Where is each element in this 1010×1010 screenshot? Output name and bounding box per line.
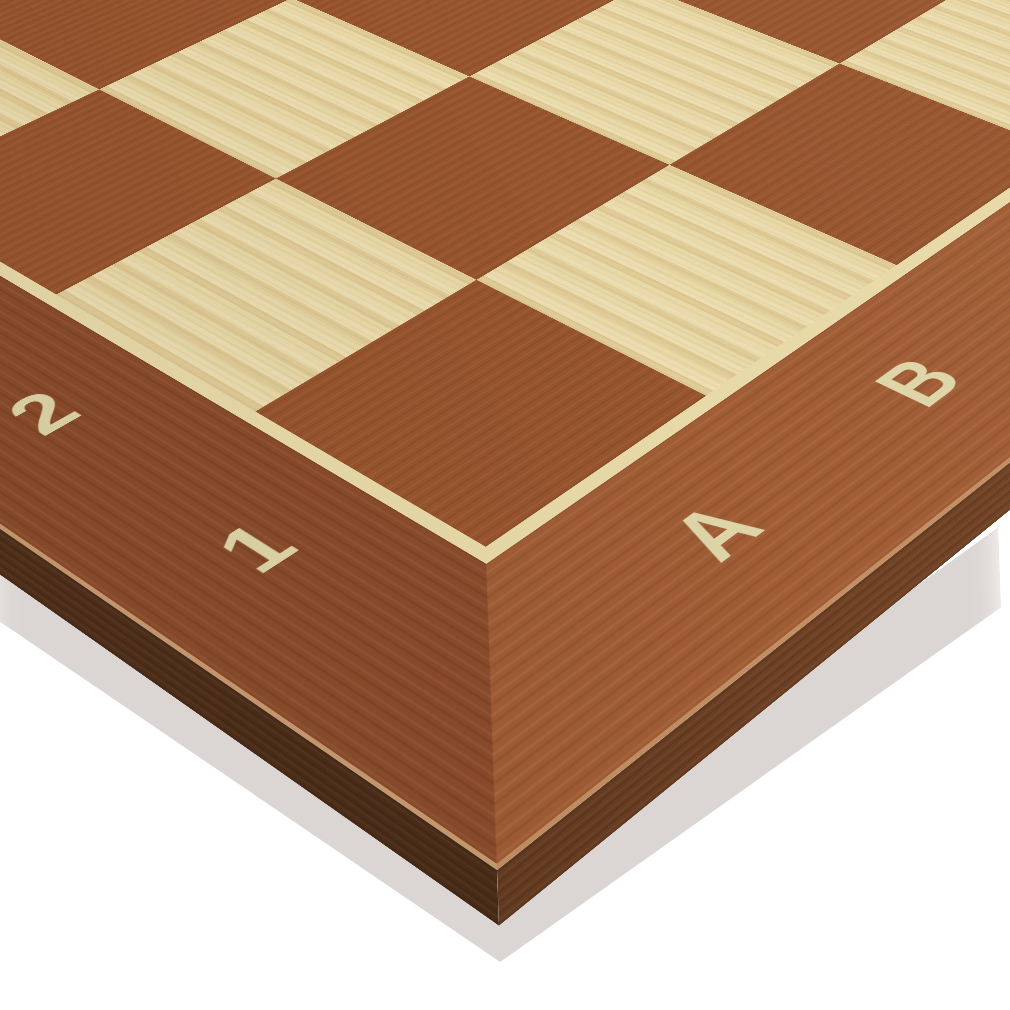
perspective-scene: ABCDEFGH12345678 — [0, 0, 1010, 1010]
board-photo: ABCDEFGH12345678 — [0, 0, 1010, 1010]
board-top-face: ABCDEFGH12345678 — [0, 0, 1010, 870]
scene-tilt: ABCDEFGH12345678 — [0, 0, 1010, 1010]
